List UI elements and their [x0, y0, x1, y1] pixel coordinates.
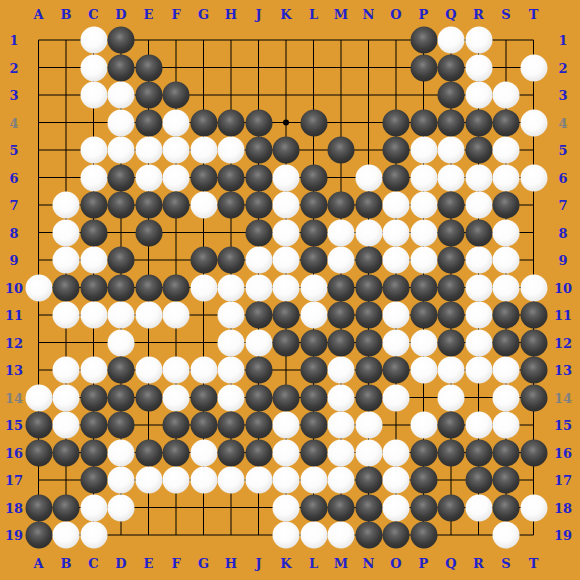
black-stone-O10	[383, 274, 410, 301]
black-stone-G9	[190, 247, 217, 274]
black-stone-O19	[383, 522, 410, 549]
black-stone-D10	[108, 274, 135, 301]
black-stone-O13	[383, 357, 410, 384]
row-label-left-10: 10	[5, 281, 23, 294]
black-stone-O5	[383, 137, 410, 164]
col-label-top-M: M	[334, 8, 348, 21]
black-stone-E8	[135, 219, 162, 246]
black-stone-J11	[245, 302, 272, 329]
col-label-top-F: F	[171, 8, 180, 21]
white-stone-F11	[163, 302, 190, 329]
white-stone-D4	[108, 109, 135, 136]
black-stone-O4	[383, 109, 410, 136]
black-stone-K14	[273, 384, 300, 411]
row-label-left-13: 13	[5, 364, 23, 377]
black-stone-G14	[190, 384, 217, 411]
black-stone-F7	[163, 192, 190, 219]
black-stone-S12	[493, 329, 520, 356]
row-label-right-5: 5	[558, 144, 567, 157]
black-stone-K11	[273, 302, 300, 329]
white-stone-P6	[410, 164, 437, 191]
black-stone-E3	[135, 82, 162, 109]
col-label-top-B: B	[61, 8, 72, 21]
black-stone-Q15	[438, 412, 465, 439]
col-label-top-K: K	[280, 8, 291, 21]
black-stone-E14	[135, 384, 162, 411]
black-stone-J6	[245, 164, 272, 191]
white-stone-C9	[80, 247, 107, 274]
white-stone-J12	[245, 329, 272, 356]
col-label-top-D: D	[115, 8, 126, 21]
row-label-left-17: 17	[5, 474, 23, 487]
white-stone-P5	[410, 137, 437, 164]
white-stone-L17	[300, 467, 327, 494]
white-stone-F13	[163, 357, 190, 384]
white-stone-S14	[493, 384, 520, 411]
black-stone-N19	[355, 522, 382, 549]
black-stone-L8	[300, 219, 327, 246]
black-stone-N17	[355, 467, 382, 494]
white-stone-H17	[218, 467, 245, 494]
black-stone-P2	[410, 54, 437, 81]
black-stone-N11	[355, 302, 382, 329]
black-stone-R8	[465, 219, 492, 246]
black-stone-O6	[383, 164, 410, 191]
black-stone-A18	[25, 494, 52, 521]
black-stone-Q12	[438, 329, 465, 356]
row-label-left-19: 19	[5, 529, 23, 542]
white-stone-K8	[273, 219, 300, 246]
black-stone-M5	[328, 137, 355, 164]
white-stone-O12	[383, 329, 410, 356]
black-stone-Q18	[438, 494, 465, 521]
col-label-bottom-C: C	[88, 557, 98, 570]
black-stone-N12	[355, 329, 382, 356]
white-stone-O7	[383, 192, 410, 219]
black-stone-H4	[218, 109, 245, 136]
black-stone-H15	[218, 412, 245, 439]
white-stone-B19	[53, 522, 80, 549]
black-stone-D15	[108, 412, 135, 439]
col-label-top-T: T	[529, 8, 539, 21]
white-stone-H11	[218, 302, 245, 329]
row-label-right-10: 10	[554, 281, 572, 294]
go-board[interactable]: AABBCCDDEEFFGGHHJJKKLLMMNNOOPPQQRRSSTT11…	[0, 0, 580, 580]
white-stone-C19	[80, 522, 107, 549]
black-stone-J5	[245, 137, 272, 164]
col-label-bottom-K: K	[280, 557, 291, 570]
white-stone-C6	[80, 164, 107, 191]
white-stone-B14	[53, 384, 80, 411]
black-stone-C8	[80, 219, 107, 246]
white-stone-C1	[80, 27, 107, 54]
col-label-top-N: N	[363, 8, 375, 21]
black-stone-F10	[163, 274, 190, 301]
black-stone-T14	[520, 384, 547, 411]
col-label-top-S: S	[501, 8, 510, 21]
black-stone-H16	[218, 439, 245, 466]
white-stone-O8	[383, 219, 410, 246]
white-stone-S15	[493, 412, 520, 439]
black-stone-S7	[493, 192, 520, 219]
white-stone-D3	[108, 82, 135, 109]
row-label-right-7: 7	[558, 199, 567, 212]
black-stone-A16	[25, 439, 52, 466]
black-stone-R5	[465, 137, 492, 164]
black-stone-Q4	[438, 109, 465, 136]
white-stone-M17	[328, 467, 355, 494]
black-stone-C15	[80, 412, 107, 439]
black-stone-N9	[355, 247, 382, 274]
black-stone-C17	[80, 467, 107, 494]
col-label-bottom-A: A	[33, 557, 43, 570]
black-stone-M7	[328, 192, 355, 219]
row-label-right-14: 14	[554, 391, 572, 404]
row-label-left-18: 18	[5, 501, 23, 514]
col-label-top-H: H	[225, 8, 237, 21]
black-stone-N18	[355, 494, 382, 521]
black-stone-H7	[218, 192, 245, 219]
row-label-left-15: 15	[5, 419, 23, 432]
black-stone-E10	[135, 274, 162, 301]
black-stone-R16	[465, 439, 492, 466]
white-stone-R2	[465, 54, 492, 81]
white-stone-J17	[245, 467, 272, 494]
row-label-left-8: 8	[9, 226, 18, 239]
white-stone-N16	[355, 439, 382, 466]
white-stone-S8	[493, 219, 520, 246]
white-stone-B7	[53, 192, 80, 219]
white-stone-M8	[328, 219, 355, 246]
black-stone-L15	[300, 412, 327, 439]
black-stone-S17	[493, 467, 520, 494]
black-stone-Q3	[438, 82, 465, 109]
row-label-right-19: 19	[554, 529, 572, 542]
white-stone-Q13	[438, 357, 465, 384]
white-stone-R18	[465, 494, 492, 521]
white-stone-S5	[493, 137, 520, 164]
white-stone-D5	[108, 137, 135, 164]
black-stone-N7	[355, 192, 382, 219]
black-stone-H6	[218, 164, 245, 191]
black-stone-P18	[410, 494, 437, 521]
row-label-left-5: 5	[9, 144, 18, 157]
col-label-bottom-N: N	[363, 557, 375, 570]
black-stone-J14	[245, 384, 272, 411]
row-label-left-11: 11	[5, 309, 23, 322]
black-stone-M18	[328, 494, 355, 521]
black-stone-P10	[410, 274, 437, 301]
black-stone-D13	[108, 357, 135, 384]
white-stone-D18	[108, 494, 135, 521]
col-label-bottom-E: E	[144, 557, 154, 570]
black-stone-B16	[53, 439, 80, 466]
white-stone-F4	[163, 109, 190, 136]
col-label-bottom-Q: Q	[445, 557, 456, 570]
black-stone-S18	[493, 494, 520, 521]
black-stone-J15	[245, 412, 272, 439]
black-stone-D2	[108, 54, 135, 81]
col-label-bottom-M: M	[334, 557, 348, 570]
black-stone-D9	[108, 247, 135, 274]
black-stone-P16	[410, 439, 437, 466]
white-stone-E6	[135, 164, 162, 191]
white-stone-T6	[520, 164, 547, 191]
black-stone-P19	[410, 522, 437, 549]
black-stone-A19	[25, 522, 52, 549]
white-stone-S6	[493, 164, 520, 191]
col-label-bottom-D: D	[115, 557, 126, 570]
black-stone-G6	[190, 164, 217, 191]
black-stone-S16	[493, 439, 520, 466]
white-stone-S9	[493, 247, 520, 274]
white-stone-H12	[218, 329, 245, 356]
white-stone-E17	[135, 467, 162, 494]
white-stone-K9	[273, 247, 300, 274]
black-stone-J7	[245, 192, 272, 219]
white-stone-K19	[273, 522, 300, 549]
white-stone-Q5	[438, 137, 465, 164]
black-stone-F15	[163, 412, 190, 439]
black-stone-T12	[520, 329, 547, 356]
col-label-bottom-G: G	[198, 557, 209, 570]
white-stone-M15	[328, 412, 355, 439]
black-stone-L16	[300, 439, 327, 466]
row-label-left-12: 12	[5, 336, 23, 349]
white-stone-B11	[53, 302, 80, 329]
black-stone-J4	[245, 109, 272, 136]
white-stone-O9	[383, 247, 410, 274]
black-stone-E16	[135, 439, 162, 466]
white-stone-M19	[328, 522, 355, 549]
white-stone-D17	[108, 467, 135, 494]
black-stone-R17	[465, 467, 492, 494]
white-stone-M14	[328, 384, 355, 411]
black-stone-S4	[493, 109, 520, 136]
black-stone-F3	[163, 82, 190, 109]
black-stone-T13	[520, 357, 547, 384]
col-label-bottom-L: L	[309, 557, 318, 570]
white-stone-G17	[190, 467, 217, 494]
black-stone-T11	[520, 302, 547, 329]
row-label-left-9: 9	[9, 254, 18, 267]
row-label-right-2: 2	[558, 61, 567, 74]
white-stone-C3	[80, 82, 107, 109]
col-label-top-A: A	[33, 8, 43, 21]
white-stone-C13	[80, 357, 107, 384]
row-label-right-12: 12	[554, 336, 572, 349]
white-stone-A14	[25, 384, 52, 411]
white-stone-H13	[218, 357, 245, 384]
white-stone-K18	[273, 494, 300, 521]
white-stone-N6	[355, 164, 382, 191]
white-stone-L11	[300, 302, 327, 329]
white-stone-O11	[383, 302, 410, 329]
black-stone-G4	[190, 109, 217, 136]
black-stone-L7	[300, 192, 327, 219]
black-stone-Q2	[438, 54, 465, 81]
black-stone-L4	[300, 109, 327, 136]
white-stone-R3	[465, 82, 492, 109]
row-label-left-2: 2	[9, 61, 18, 74]
white-stone-T4	[520, 109, 547, 136]
black-stone-C10	[80, 274, 107, 301]
white-stone-G10	[190, 274, 217, 301]
col-label-bottom-F: F	[171, 557, 180, 570]
white-stone-E13	[135, 357, 162, 384]
white-stone-P8	[410, 219, 437, 246]
white-stone-Q14	[438, 384, 465, 411]
white-stone-O14	[383, 384, 410, 411]
white-stone-T10	[520, 274, 547, 301]
col-label-bottom-B: B	[61, 557, 72, 570]
white-stone-P7	[410, 192, 437, 219]
white-stone-P9	[410, 247, 437, 274]
row-label-left-6: 6	[9, 171, 18, 184]
black-stone-L13	[300, 357, 327, 384]
white-stone-R10	[465, 274, 492, 301]
black-stone-J13	[245, 357, 272, 384]
white-stone-J9	[245, 247, 272, 274]
white-stone-K16	[273, 439, 300, 466]
row-label-left-14: 14	[5, 391, 23, 404]
black-stone-L18	[300, 494, 327, 521]
black-stone-A15	[25, 412, 52, 439]
col-label-top-J: J	[255, 8, 261, 21]
white-stone-C11	[80, 302, 107, 329]
black-stone-G15	[190, 412, 217, 439]
row-label-right-18: 18	[554, 501, 572, 514]
row-label-left-7: 7	[9, 199, 18, 212]
black-stone-H9	[218, 247, 245, 274]
black-stone-E7	[135, 192, 162, 219]
white-stone-D11	[108, 302, 135, 329]
white-stone-M16	[328, 439, 355, 466]
col-label-bottom-J: J	[255, 557, 261, 570]
white-stone-N8	[355, 219, 382, 246]
white-stone-B15	[53, 412, 80, 439]
white-stone-N15	[355, 412, 382, 439]
white-stone-B13	[53, 357, 80, 384]
white-stone-P13	[410, 357, 437, 384]
white-stone-H10	[218, 274, 245, 301]
white-stone-S3	[493, 82, 520, 109]
white-stone-R15	[465, 412, 492, 439]
white-stone-M13	[328, 357, 355, 384]
white-stone-Q6	[438, 164, 465, 191]
black-stone-D6	[108, 164, 135, 191]
black-stone-B18	[53, 494, 80, 521]
black-stone-Q7	[438, 192, 465, 219]
white-stone-T2	[520, 54, 547, 81]
black-stone-M10	[328, 274, 355, 301]
black-stone-Q9	[438, 247, 465, 274]
row-label-right-15: 15	[554, 419, 572, 432]
col-label-top-G: G	[198, 8, 209, 21]
black-stone-Q10	[438, 274, 465, 301]
black-stone-M11	[328, 302, 355, 329]
black-stone-L14	[300, 384, 327, 411]
white-stone-L19	[300, 522, 327, 549]
white-stone-R12	[465, 329, 492, 356]
white-stone-D16	[108, 439, 135, 466]
white-stone-R9	[465, 247, 492, 274]
col-label-bottom-P: P	[419, 557, 429, 570]
row-label-right-11: 11	[554, 309, 572, 322]
col-label-bottom-S: S	[501, 557, 510, 570]
white-stone-A10	[25, 274, 52, 301]
black-stone-N14	[355, 384, 382, 411]
black-stone-K12	[273, 329, 300, 356]
white-stone-E5	[135, 137, 162, 164]
white-stone-H5	[218, 137, 245, 164]
row-label-right-6: 6	[558, 171, 567, 184]
white-stone-H14	[218, 384, 245, 411]
black-stone-F16	[163, 439, 190, 466]
black-stone-D14	[108, 384, 135, 411]
row-label-left-3: 3	[9, 89, 18, 102]
white-stone-R11	[465, 302, 492, 329]
black-stone-N10	[355, 274, 382, 301]
white-stone-Q1	[438, 27, 465, 54]
white-stone-K6	[273, 164, 300, 191]
row-label-right-3: 3	[558, 89, 567, 102]
white-stone-K17	[273, 467, 300, 494]
col-label-top-E: E	[144, 8, 154, 21]
white-stone-R6	[465, 164, 492, 191]
white-stone-B9	[53, 247, 80, 274]
white-stone-J10	[245, 274, 272, 301]
white-stone-O18	[383, 494, 410, 521]
white-stone-M9	[328, 247, 355, 274]
black-stone-S11	[493, 302, 520, 329]
white-stone-R7	[465, 192, 492, 219]
black-stone-K5	[273, 137, 300, 164]
black-stone-J16	[245, 439, 272, 466]
row-label-right-13: 13	[554, 364, 572, 377]
star-point	[283, 120, 289, 126]
row-label-left-16: 16	[5, 446, 23, 459]
black-stone-E4	[135, 109, 162, 136]
black-stone-L6	[300, 164, 327, 191]
white-stone-T18	[520, 494, 547, 521]
white-stone-O17	[383, 467, 410, 494]
row-label-right-9: 9	[558, 254, 567, 267]
col-label-top-Q: Q	[445, 8, 456, 21]
col-label-top-R: R	[473, 8, 484, 21]
white-stone-G7	[190, 192, 217, 219]
black-stone-D1	[108, 27, 135, 54]
black-stone-N13	[355, 357, 382, 384]
white-stone-P12	[410, 329, 437, 356]
white-stone-C5	[80, 137, 107, 164]
col-label-top-O: O	[390, 8, 401, 21]
black-stone-P1	[410, 27, 437, 54]
white-stone-G5	[190, 137, 217, 164]
black-stone-C7	[80, 192, 107, 219]
white-stone-L10	[300, 274, 327, 301]
white-stone-G16	[190, 439, 217, 466]
white-stone-R1	[465, 27, 492, 54]
white-stone-C2	[80, 54, 107, 81]
col-label-bottom-O: O	[390, 557, 401, 570]
black-stone-R4	[465, 109, 492, 136]
white-stone-K7	[273, 192, 300, 219]
black-stone-M12	[328, 329, 355, 356]
col-label-top-P: P	[419, 8, 429, 21]
col-label-top-C: C	[88, 8, 98, 21]
white-stone-D12	[108, 329, 135, 356]
